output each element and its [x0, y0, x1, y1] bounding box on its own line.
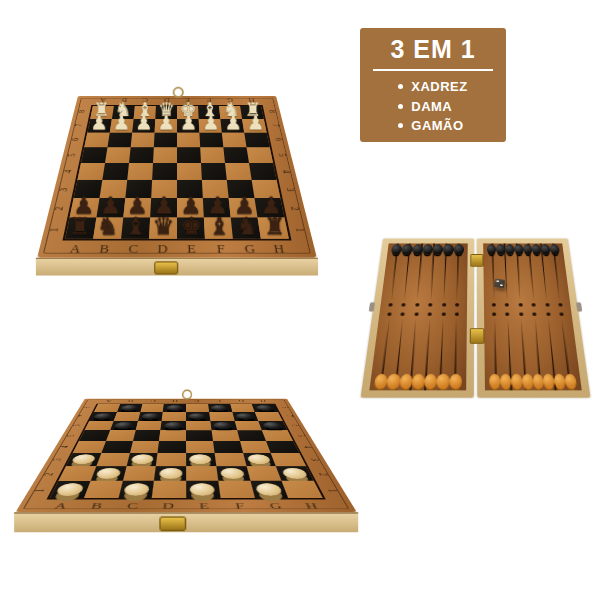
bullet-icon — [398, 104, 403, 109]
file-label: G — [229, 399, 253, 404]
backgammon-checker-black — [401, 244, 412, 255]
chess-piece-black-rook: ♜ — [69, 214, 91, 238]
checkers-square — [186, 481, 220, 498]
chess-square — [177, 163, 202, 180]
rank-label: 6 — [281, 422, 310, 428]
file-label: B — [119, 399, 143, 404]
chess-square — [177, 147, 201, 163]
file-label: D — [163, 399, 185, 404]
backgammon-board — [360, 239, 590, 398]
die-icon — [493, 278, 505, 288]
backgammon-checker-black — [504, 244, 514, 255]
rank-label: 6 — [61, 422, 90, 428]
backgammon-checker-orange — [436, 374, 449, 389]
rank-label: 7 — [68, 413, 95, 418]
backgammon-checker-orange — [532, 374, 544, 389]
backgammon-checker-orange — [564, 374, 577, 389]
backgammon-checker-black — [432, 244, 443, 255]
checker-black — [141, 413, 160, 419]
chess-piece-black-bishop: ♝ — [208, 214, 230, 238]
checker-light — [189, 454, 211, 464]
backgammon-checker-black — [411, 244, 422, 255]
badge-title: 3 EM 1 — [390, 35, 475, 64]
chess-square — [81, 147, 107, 163]
file-label: A — [91, 96, 114, 105]
checkers-square — [159, 430, 186, 441]
chess-piece-white-pawn: ♟ — [135, 113, 153, 133]
backgammon-orange-checkers-row — [373, 374, 461, 389]
chess-square: ♟ — [220, 119, 244, 133]
chess-piece-black-rook: ♜ — [264, 214, 286, 238]
chess-board: ABCDEFGH ABCDEFGH 12345678 12345678 ♜♞♝♛… — [37, 96, 317, 258]
backgammon-checker-orange — [449, 374, 462, 389]
chess-piece-white-pawn: ♟ — [246, 113, 264, 133]
checker-black — [163, 422, 182, 429]
checkers-square — [281, 481, 322, 498]
file-label: H — [263, 241, 295, 257]
checker-light — [95, 468, 122, 479]
file-label: D — [156, 96, 177, 105]
rank-label: 8 — [261, 107, 285, 116]
backgammon-photo — [355, 210, 595, 405]
backgammon-checker-black — [390, 244, 402, 255]
checker-light — [122, 483, 149, 496]
side-clasp-icon — [368, 302, 374, 311]
checkers-square — [186, 466, 218, 481]
file-label: B — [88, 241, 119, 257]
checkers-square — [161, 412, 185, 421]
chess-square — [222, 133, 247, 148]
checkers-square — [212, 441, 242, 453]
chess-square: ♝ — [121, 218, 150, 239]
backgammon-checker-black — [540, 244, 550, 255]
rank-label: 8 — [73, 405, 99, 410]
chess-square — [129, 147, 154, 163]
backgammon-checker-orange — [398, 374, 412, 389]
checkers-board: ABCDEFGH ABCDEFGH 12345678 12345678 — [15, 399, 356, 513]
chess-square: ♟ — [199, 119, 222, 133]
file-label: F — [221, 500, 259, 512]
checkers-square — [126, 453, 158, 466]
checkers-files-top: ABCDEFGH — [96, 399, 274, 404]
badge-item-label: GAMÃO — [411, 116, 463, 136]
checkers-square — [211, 430, 239, 441]
checker-black — [261, 422, 283, 429]
brass-clasp-icon — [154, 261, 178, 274]
chess-square — [225, 163, 252, 180]
backgammon-checker-orange — [521, 374, 533, 389]
badge-item: GAMÃO — [398, 116, 467, 136]
file-label: C — [141, 399, 164, 404]
rank-label: 5 — [55, 432, 85, 439]
chess-files-top: ABCDEFGH — [91, 96, 262, 105]
backgammon-checker-black — [495, 244, 504, 255]
checkers-square — [156, 453, 186, 466]
checkers-square — [210, 421, 237, 431]
chess-square: ♜ — [65, 218, 96, 239]
checkers-square — [72, 441, 105, 453]
checker-black — [93, 413, 114, 419]
rank-label: 6 — [62, 134, 88, 144]
side-clasp-icon — [575, 302, 581, 311]
file-label: B — [113, 96, 135, 105]
chess-square — [223, 147, 249, 163]
checker-light — [158, 468, 182, 479]
backgammon-checker-orange — [411, 374, 425, 389]
backgammon-black-checkers-row — [390, 244, 463, 255]
file-label: G — [219, 96, 241, 105]
chess-piece-white-pawn: ♟ — [202, 113, 220, 133]
chess-square: ♜ — [258, 218, 289, 239]
checker-black — [165, 405, 182, 411]
chess-files-bottom: ABCDEFGH — [59, 241, 295, 257]
backgammon-checker-black — [486, 244, 495, 255]
checker-light — [190, 483, 215, 496]
checkers-square — [234, 421, 262, 431]
chess-square — [77, 163, 105, 180]
chess-square: ♟ — [155, 119, 177, 133]
checkers-square — [230, 404, 255, 412]
rank-label: 7 — [263, 120, 288, 130]
chess-square — [105, 147, 131, 163]
checkers-square — [117, 481, 153, 498]
chess-square: ♟ — [87, 119, 112, 133]
checkers-square — [154, 466, 186, 481]
checkers-square — [215, 466, 249, 481]
bullet-icon — [398, 84, 403, 89]
checkers-square — [186, 404, 209, 412]
checkers-square — [208, 404, 232, 412]
backgammon-black-checkers-row — [486, 244, 559, 255]
file-label: E — [177, 241, 207, 257]
chess-square: ♞ — [93, 218, 123, 239]
checker-black — [235, 413, 255, 419]
brass-clasp-icon — [158, 516, 185, 531]
checker-black — [120, 405, 139, 411]
file-label: G — [256, 500, 296, 512]
checker-light — [55, 483, 85, 496]
file-label: A — [96, 399, 120, 404]
checkers-square — [101, 441, 132, 453]
checkers-square — [160, 421, 185, 431]
checkers-square — [116, 404, 141, 412]
checkers-photo: ABCDEFGH ABCDEFGH 12345678 12345678 — [18, 312, 353, 527]
checkers-square — [49, 481, 90, 498]
file-label: C — [112, 500, 150, 512]
checker-black — [210, 405, 228, 411]
backgammon-checker-black — [453, 244, 464, 255]
backgammon-left-inner — [369, 243, 467, 390]
chess-square — [84, 133, 109, 148]
checkers-square — [245, 466, 281, 481]
checkers-square — [186, 430, 213, 441]
checkers-square — [132, 430, 160, 441]
checkers-square — [151, 481, 185, 498]
chess-piece-white-pawn: ♟ — [157, 113, 175, 133]
rank-label: 5 — [286, 432, 316, 439]
file-label: F — [207, 399, 230, 404]
checkers-square — [162, 404, 185, 412]
file-label: G — [234, 241, 265, 257]
checker-light — [130, 454, 154, 464]
checkers-square — [217, 481, 253, 498]
file-label: C — [118, 241, 148, 257]
checkers-square — [66, 453, 101, 466]
chess-case-front-edge — [36, 258, 318, 276]
checkers-square — [139, 404, 163, 412]
checkers-square — [275, 466, 313, 481]
checkers-square — [239, 441, 270, 453]
chess-square: ♟ — [177, 119, 199, 133]
checkers-square — [113, 412, 139, 421]
checker-black — [188, 413, 206, 419]
rank-label: 8 — [272, 405, 298, 410]
file-label: H — [251, 399, 275, 404]
badge-list: XADREZDAMAGAMÃO — [398, 77, 467, 136]
backgammon-checker-orange — [542, 374, 554, 389]
chess-square — [127, 163, 153, 180]
file-label: B — [76, 500, 116, 512]
checkers-square — [137, 412, 162, 421]
checkers-square — [242, 453, 275, 466]
checkers-square — [270, 453, 305, 466]
checkers-square — [266, 441, 299, 453]
chess-square: ♞ — [231, 218, 261, 239]
checker-black — [213, 422, 233, 429]
chess-square — [177, 133, 200, 148]
badge: 3 EM 1 XADREZDAMAGAMÃO — [360, 28, 506, 142]
badge-item: DAMA — [398, 97, 467, 117]
file-label: E — [186, 500, 223, 512]
backgammon-checker-orange — [499, 374, 510, 389]
checkers-square — [186, 421, 211, 431]
chess-square: ♛ — [149, 218, 177, 239]
file-label: H — [240, 96, 263, 105]
chess-square: ♟ — [110, 119, 134, 133]
checkers-square — [105, 430, 134, 441]
backgammon-checker-black — [522, 244, 532, 255]
rank-label: 5 — [269, 149, 296, 160]
file-label: F — [206, 241, 236, 257]
backgammon-checker-black — [531, 244, 541, 255]
checker-light — [280, 468, 308, 479]
chess-photo: ABCDEFGH ABCDEFGH 12345678 12345678 ♜♞♝♛… — [22, 0, 332, 280]
backgammon-orange-checkers-row — [489, 374, 577, 389]
rank-label: 8 — [69, 107, 93, 116]
file-label: E — [177, 96, 198, 105]
backgammon-checker-black — [513, 244, 523, 255]
file-label: F — [198, 96, 220, 105]
chess-piece-black-bishop: ♝ — [124, 214, 146, 238]
checker-light — [220, 468, 245, 479]
backgammon-checker-orange — [510, 374, 522, 389]
checker-black — [113, 422, 134, 429]
checkers-square — [83, 481, 121, 498]
checkers-square — [135, 421, 162, 431]
brass-hinge-icon — [469, 328, 484, 344]
checkers-square — [214, 453, 246, 466]
rank-label: 7 — [66, 120, 91, 130]
file-label: D — [149, 500, 186, 512]
chess-piece-black-king: ♚ — [180, 214, 202, 238]
rank-label: 6 — [266, 134, 292, 144]
checker-black — [255, 405, 275, 411]
badge-item-label: XADREZ — [411, 77, 467, 97]
backgammon-checker-black — [549, 244, 559, 255]
backgammon-checker-orange — [386, 374, 400, 389]
chess-square — [201, 163, 227, 180]
checkers-case-front-edge — [13, 512, 357, 532]
backgammon-left-half — [360, 239, 474, 398]
file-label: E — [186, 399, 208, 404]
backgammon-checker-black — [422, 244, 433, 255]
chess-piece-white-pawn: ♟ — [224, 113, 242, 133]
bullet-icon — [398, 123, 403, 128]
rank-label: 5 — [58, 149, 85, 160]
checkers-square — [186, 441, 214, 453]
file-label: H — [291, 500, 332, 512]
chess-square: ♝ — [204, 218, 233, 239]
checkers-files-bottom: ABCDEFGH — [39, 500, 332, 512]
brass-hinge-icon — [469, 254, 482, 267]
rank-label: 7 — [276, 413, 303, 418]
chess-piece-black-queen: ♛ — [152, 214, 174, 238]
chess-square — [249, 163, 277, 180]
chess-square — [153, 147, 177, 163]
backgammon-checker-orange — [373, 374, 387, 389]
chess-piece-white-pawn: ♟ — [179, 113, 197, 133]
chess-square: ♟ — [132, 119, 155, 133]
backgammon-checker-orange — [424, 374, 437, 389]
chess-square — [102, 163, 129, 180]
chess-square: ♚ — [177, 218, 205, 239]
chess-piece-white-pawn: ♟ — [112, 113, 130, 133]
file-label: A — [39, 500, 80, 512]
checkers-square — [129, 441, 159, 453]
file-label: A — [59, 241, 91, 257]
checkers-square — [96, 453, 129, 466]
backgammon-right-half — [476, 239, 590, 398]
chess-square — [107, 133, 132, 148]
badge-item: XADREZ — [398, 77, 467, 97]
checkers-square — [209, 412, 234, 421]
chess-square — [152, 163, 177, 180]
chess-square — [131, 133, 155, 148]
backgammon-right-inner — [483, 243, 581, 390]
checkers-square — [236, 430, 265, 441]
checkers-square — [157, 441, 185, 453]
checker-light — [70, 454, 96, 464]
chess-piece-black-knight: ♞ — [96, 214, 118, 238]
product-image: ABCDEFGH ABCDEFGH 12345678 12345678 ♜♞♝♛… — [0, 0, 595, 595]
backgammon-checker-orange — [553, 374, 565, 389]
backgammon-checker-black — [443, 244, 454, 255]
checkers-square — [109, 421, 137, 431]
badge-divider — [373, 69, 493, 71]
checker-light — [246, 454, 271, 464]
checkers-square — [186, 412, 210, 421]
checkers-square — [122, 466, 156, 481]
chess-square — [200, 147, 225, 163]
chess-piece-white-pawn: ♟ — [90, 113, 108, 133]
badge-item-label: DAMA — [411, 97, 452, 117]
chess-square — [199, 133, 223, 148]
chess-square — [154, 133, 177, 148]
checkers-square — [186, 453, 216, 466]
checkers-square — [232, 412, 258, 421]
file-label: D — [147, 241, 177, 257]
chess-piece-black-knight: ♞ — [236, 214, 258, 238]
checker-light — [254, 483, 283, 496]
chess-grid: ♜♞♝♛♚♝♞♜♟♟♟♟♟♟♟♟♟♟♟♟♟♟♟♟♜♞♝♛♚♝♞♜ — [62, 105, 291, 240]
checkers-square — [90, 466, 126, 481]
backgammon-checker-orange — [489, 374, 500, 389]
file-label: C — [134, 96, 156, 105]
